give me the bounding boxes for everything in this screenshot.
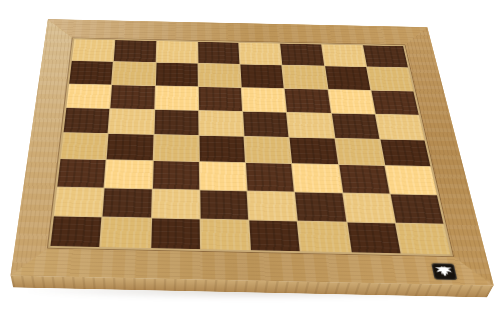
square-a7 <box>69 61 113 84</box>
square-c6 <box>155 86 198 110</box>
square-e8 <box>239 43 281 65</box>
square-a5 <box>64 108 110 133</box>
eagle-logo-icon <box>431 263 457 280</box>
square-a4 <box>61 133 108 160</box>
square-c8 <box>156 41 197 63</box>
square-b8 <box>114 40 156 62</box>
square-e2 <box>248 191 297 220</box>
square-h3 <box>385 166 437 194</box>
square-d5 <box>199 111 244 136</box>
square-c4 <box>153 135 198 162</box>
square-g5 <box>331 113 379 138</box>
square-g4 <box>335 139 384 166</box>
square-e7 <box>240 65 283 88</box>
camera-tilt <box>0 0 500 315</box>
square-d1 <box>200 219 249 250</box>
square-d8 <box>198 42 239 64</box>
square-d6 <box>199 87 242 111</box>
square-g2 <box>343 193 395 222</box>
square-c1 <box>151 218 200 249</box>
square-f3 <box>292 164 341 192</box>
square-b7 <box>112 62 155 85</box>
square-a2 <box>54 187 104 216</box>
square-a3 <box>57 159 105 187</box>
square-a1 <box>50 216 101 247</box>
square-d2 <box>200 190 248 219</box>
chess-board <box>11 19 494 285</box>
square-f1 <box>298 221 350 252</box>
square-b5 <box>109 109 154 134</box>
square-h8 <box>363 45 408 67</box>
square-h2 <box>390 194 443 223</box>
square-d7 <box>198 64 240 87</box>
square-a8 <box>72 39 115 61</box>
square-f7 <box>283 66 327 89</box>
square-e1 <box>249 220 300 251</box>
square-f4 <box>290 138 338 165</box>
square-b3 <box>105 160 152 188</box>
square-g1 <box>347 222 400 253</box>
square-e3 <box>246 163 294 191</box>
square-e5 <box>243 112 289 137</box>
square-h7 <box>367 67 413 90</box>
square-f5 <box>287 113 334 138</box>
square-h5 <box>376 114 425 139</box>
playing-area <box>48 38 453 256</box>
square-f2 <box>295 192 346 221</box>
square-b4 <box>107 134 153 161</box>
square-b2 <box>103 188 152 217</box>
square-e6 <box>242 88 286 112</box>
square-h4 <box>380 140 430 167</box>
square-d3 <box>200 162 247 190</box>
square-h1 <box>396 223 451 254</box>
square-g7 <box>325 66 370 89</box>
square-g6 <box>328 89 374 113</box>
square-c5 <box>154 110 198 135</box>
square-f6 <box>285 88 330 112</box>
square-f8 <box>280 44 323 66</box>
square-c3 <box>152 161 198 189</box>
square-h6 <box>371 90 418 114</box>
square-a6 <box>66 84 111 108</box>
square-g8 <box>322 45 366 67</box>
square-b1 <box>101 217 151 248</box>
square-c7 <box>155 63 197 86</box>
square-g3 <box>339 165 389 193</box>
square-e4 <box>245 137 292 164</box>
square-b6 <box>111 85 155 109</box>
perspective-scene <box>0 0 500 315</box>
square-d4 <box>199 136 245 163</box>
square-c2 <box>152 189 200 218</box>
board-photo <box>0 0 500 315</box>
